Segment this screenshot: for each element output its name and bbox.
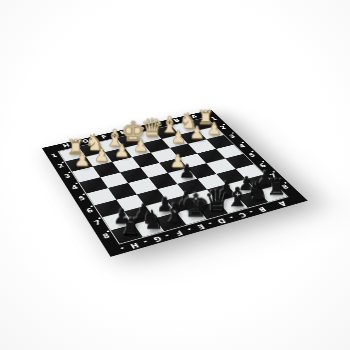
chess-mat: HGFEDCBA HGFEDCBA 12345678 12345678 ♜♞♝♚… (42, 110, 308, 257)
black-rook-h8[interactable]: ♜ (116, 216, 145, 240)
square-e5[interactable] (148, 173, 177, 189)
black-pawn-d5[interactable]: ♟ (173, 162, 199, 180)
product-photo-scene: HGFEDCBA HGFEDCBA 12345678 12345678 ♜♞♝♚… (0, 0, 350, 350)
white-pawn-h2[interactable]: ♟ (69, 151, 95, 169)
white-pawn-c2[interactable]: ♟ (166, 129, 191, 146)
